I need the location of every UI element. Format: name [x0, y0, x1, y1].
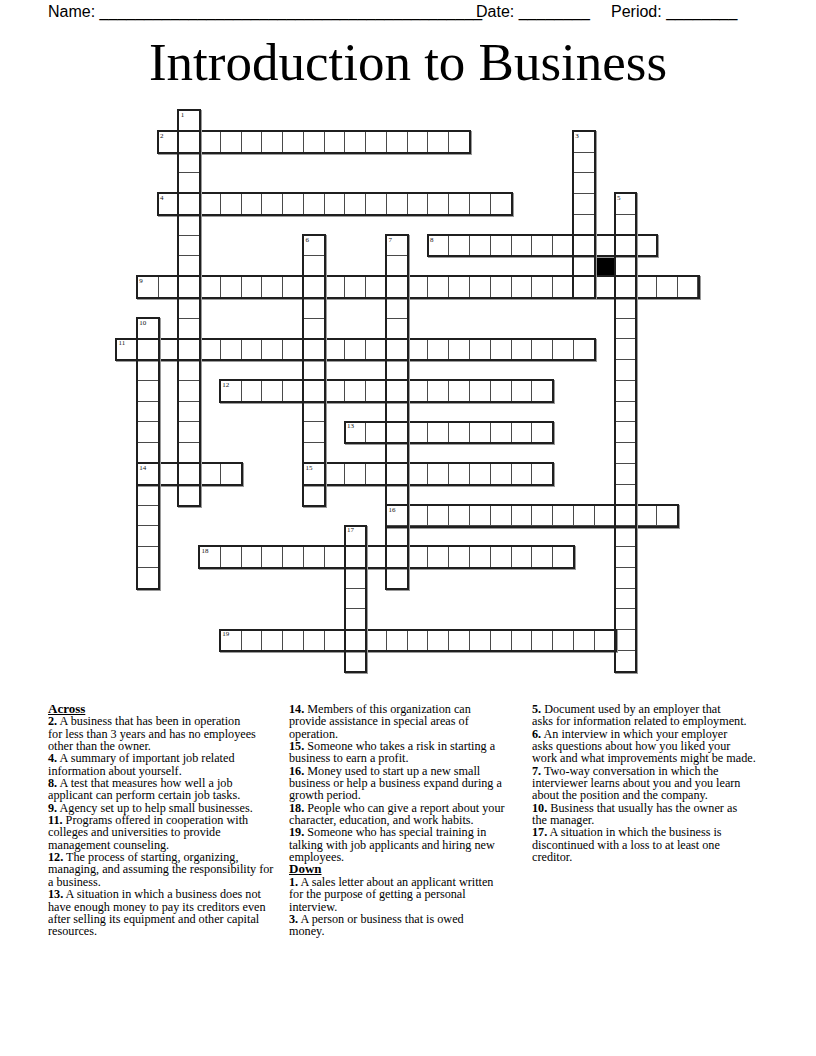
- grid-cell-r11c4: [199, 338, 221, 360]
- grid-cell-r17c11: [344, 463, 366, 485]
- grid-cell-r11c22: [573, 338, 595, 360]
- grid-cell-r25c5: 19: [220, 629, 242, 651]
- grid-cell-r1c10: [324, 131, 346, 153]
- grid-cell-r19c15: [427, 505, 449, 527]
- grid-cell-r12c1: [137, 359, 159, 381]
- clue-15-across: 15. Someone who takes a risk in starting…: [289, 740, 535, 765]
- grid-cell-r8c6: [241, 276, 263, 298]
- grid-cell-r14c13: [386, 401, 408, 423]
- grid-cell-r6c15: 8: [427, 235, 449, 257]
- clue-text: Money used to start up a new small busin…: [289, 764, 502, 803]
- clue-text: Two-way conversation in which the interv…: [532, 764, 740, 803]
- grid-cell-r16c24: [614, 442, 636, 464]
- grid-cell-r8c19: [511, 276, 533, 298]
- grid-cell-r19c25: [635, 505, 657, 527]
- grid-cell-r11c7: [261, 338, 283, 360]
- clue-text: A situation in which a business does not…: [48, 887, 266, 938]
- grid-cell-r10c3: [178, 318, 200, 340]
- grid-cell-r14c24: [614, 401, 636, 423]
- grid-cell-r26c11: [344, 650, 366, 672]
- grid-cell-r13c6: [241, 380, 263, 402]
- grid-cell-r6c22: [573, 235, 595, 257]
- grid-cell-r15c12: [365, 421, 387, 443]
- grid-cell-r25c20: [531, 629, 553, 651]
- grid-cell-r6c23: [594, 235, 616, 257]
- grid-cell-r21c9: [303, 546, 325, 568]
- grid-cell-r1c16: [448, 131, 470, 153]
- grid-cell-r1c9: [303, 131, 325, 153]
- grid-cell-r17c18: [490, 463, 512, 485]
- period-field: Period: ________: [611, 3, 737, 21]
- grid-cell-r13c19: [511, 380, 533, 402]
- clue-number-15: 15: [305, 464, 312, 472]
- grid-cell-r7c13: [386, 255, 408, 277]
- grid-cell-r11c3: [178, 338, 200, 360]
- grid-cell-r25c12: [365, 629, 387, 651]
- grid-cell-r6c24: [614, 235, 636, 257]
- grid-cell-r13c16: [448, 380, 470, 402]
- grid-cell-r13c10: [324, 380, 346, 402]
- grid-cell-r23c11: [344, 588, 366, 610]
- grid-cell-r15c9: [303, 421, 325, 443]
- grid-cell-r1c2: 2: [158, 131, 180, 153]
- grid-cell-r11c19: [511, 338, 533, 360]
- grid-cell-r15c1: [137, 421, 159, 443]
- grid-cell-r15c14: [407, 421, 429, 443]
- grid-cell-r12c3: [178, 359, 200, 381]
- grid-cell-r22c13: [386, 567, 408, 589]
- grid-cell-r4c2: 4: [158, 193, 180, 215]
- name-field: Name: __________________________________…: [48, 3, 482, 21]
- clue-column-right: 5. Document used by an employer that ask…: [532, 703, 782, 863]
- grid-cell-r13c5: 12: [220, 380, 242, 402]
- clue-number-6: 6: [305, 236, 309, 244]
- grid-cell-r19c14: [407, 505, 429, 527]
- grid-cell-r20c11: 17: [344, 525, 366, 547]
- grid-cell-r4c7: [261, 193, 283, 215]
- grid-cell-r25c21: [552, 629, 574, 651]
- clue-text: Members of this organization can provide…: [289, 702, 471, 741]
- grid-cell-r21c18: [490, 546, 512, 568]
- grid-cell-r12c24: [614, 359, 636, 381]
- grid-cell-r21c17: [469, 546, 491, 568]
- grid-cell-r17c5: [220, 463, 242, 485]
- grid-cell-r15c3: [178, 421, 200, 443]
- grid-cell-r6c16: [448, 235, 470, 257]
- date-label: Date:: [476, 3, 514, 20]
- grid-cell-r6c3: [178, 235, 200, 257]
- grid-cell-r16c9: [303, 442, 325, 464]
- grid-cell-r17c19: [511, 463, 533, 485]
- grid-cell-r15c16: [448, 421, 470, 443]
- grid-cell-r1c8: [282, 131, 304, 153]
- grid-cell-r1c22: 3: [573, 131, 595, 153]
- grid-cell-r1c4: [199, 131, 221, 153]
- grid-cell-r5c22: [573, 214, 595, 236]
- clue-text: An interview in which your employer asks…: [532, 727, 756, 766]
- grid-cell-r11c24: [614, 338, 636, 360]
- grid-cell-r21c15: [427, 546, 449, 568]
- grid-cell-r16c3: [178, 442, 200, 464]
- grid-cell-r25c17: [469, 629, 491, 651]
- clue-text: Business that usually has the owner as t…: [532, 801, 737, 827]
- clue-number-9: 9: [139, 277, 143, 285]
- grid-cell-r18c9: [303, 484, 325, 506]
- grid-cell-r13c1: [137, 380, 159, 402]
- grid-cell-r8c9: [303, 276, 325, 298]
- clue-2-across: 2. A business that has been in operation…: [48, 715, 300, 752]
- grid-cell-r11c13: [386, 338, 408, 360]
- clue-number-7: 7: [388, 236, 392, 244]
- clue-text: A sales letter about an applicant writte…: [289, 875, 493, 914]
- grid-cell-r19c1: [137, 505, 159, 527]
- grid-cell-r2c3: [178, 152, 200, 174]
- clue-text: A situation in which the business is dis…: [532, 825, 722, 864]
- grid-cell-r13c12: [365, 380, 387, 402]
- grid-cell-r24c11: [344, 608, 366, 630]
- grid-cell-r1c13: [386, 131, 408, 153]
- grid-cell-r20c1: [137, 525, 159, 547]
- clue-text: Programs offered in cooperation with col…: [48, 813, 248, 852]
- clue-number-14: 14: [139, 464, 146, 472]
- grid-cell-r20c13: [386, 525, 408, 547]
- grid-cell-r5c24: [614, 214, 636, 236]
- grid-cell-r8c23: [594, 276, 616, 298]
- grid-cell-r21c11: [344, 546, 366, 568]
- clue-number-5: 5: [617, 194, 621, 202]
- grid-cell-r22c1: [137, 567, 159, 589]
- clue-16-across: 16. Money used to start up a new small b…: [289, 765, 535, 802]
- grid-cell-r11c2: [158, 338, 180, 360]
- grid-cell-r10c13: [386, 318, 408, 340]
- grid-cell-r1c12: [365, 131, 387, 153]
- grid-cell-r9c9: [303, 297, 325, 319]
- grid-cell-r6c25: [635, 235, 657, 257]
- grid-cell-r18c1: [137, 484, 159, 506]
- grid-cell-r9c24: [614, 297, 636, 319]
- grid-cell-r13c14: [407, 380, 429, 402]
- grid-cell-r11c0: 11: [116, 338, 138, 360]
- grid-cell-r19c17: [469, 505, 491, 527]
- date-blank-line: ________: [519, 3, 590, 20]
- grid-cell-r0c3: 1: [178, 110, 200, 132]
- grid-cell-r1c5: [220, 131, 242, 153]
- grid-cell-r7c9: [303, 255, 325, 277]
- clue-7-down: 7. Two-way conversation in which the int…: [532, 765, 782, 802]
- grid-cell-r19c21: [552, 505, 574, 527]
- grid-cell-r4c8: [282, 193, 304, 215]
- grid-cell-r8c1: 9: [137, 276, 159, 298]
- grid-cell-r4c5: [220, 193, 242, 215]
- grid-cell-r1c3: [178, 131, 200, 153]
- grid-cell-r8c16: [448, 276, 470, 298]
- grid-cell-r13c3: [178, 380, 200, 402]
- clue-18-across: 18. People who can give a report about y…: [289, 802, 535, 827]
- grid-cell-r6c9: 6: [303, 235, 325, 257]
- grid-cell-r8c5: [220, 276, 242, 298]
- grid-cell-r8c26: [656, 276, 678, 298]
- grid-cell-r16c1: [137, 442, 159, 464]
- clue-number-13: 13: [347, 422, 354, 430]
- grid-cell-r17c20: [531, 463, 553, 485]
- grid-cell-r25c9: [303, 629, 325, 651]
- grid-cell-r9c13: [386, 297, 408, 319]
- grid-cell-r13c9: [303, 380, 325, 402]
- grid-cell-r16c13: [386, 442, 408, 464]
- grid-cell-r15c11: 13: [344, 421, 366, 443]
- grid-cell-r15c20: [531, 421, 553, 443]
- grid-cell-r21c6: [241, 546, 263, 568]
- grid-cell-r21c10: [324, 546, 346, 568]
- grid-cell-r4c4: [199, 193, 221, 215]
- grid-cell-r8c4: [199, 276, 221, 298]
- grid-cell-r21c24: [614, 546, 636, 568]
- grid-cell-r18c24: [614, 484, 636, 506]
- grid-cell-r25c8: [282, 629, 304, 651]
- grid-cell-r4c22: [573, 193, 595, 215]
- grid-cell-r4c24: 5: [614, 193, 636, 215]
- grid-cell-r17c12: [365, 463, 387, 485]
- clue-12-across: 12. The process of starting, organizing,…: [48, 851, 300, 888]
- grid-cell-r8c15: [427, 276, 449, 298]
- grid-cell-r19c16: [448, 505, 470, 527]
- grid-cell-r19c22: [573, 505, 595, 527]
- grid-cell-r11c5: [220, 338, 242, 360]
- grid-cell-r17c1: 14: [137, 463, 159, 485]
- clue-text: Document used by an employer that asks f…: [532, 702, 747, 728]
- grid-cell-r8c24: [614, 276, 636, 298]
- grid-cell-r25c14: [407, 629, 429, 651]
- worksheet-page: Name: __________________________________…: [0, 0, 816, 1056]
- grid-cell-r19c13: 16: [386, 505, 408, 527]
- grid-cell-r11c20: [531, 338, 553, 360]
- grid-cell-r17c3: [178, 463, 200, 485]
- grid-cell-r17c17: [469, 463, 491, 485]
- grid-cell-r4c10: [324, 193, 346, 215]
- grid-cell-r13c13: [386, 380, 408, 402]
- grid-cell-r25c22: [573, 629, 595, 651]
- grid-cell-r8c25: [635, 276, 657, 298]
- grid-cell-r17c13: [386, 463, 408, 485]
- grid-cell-r17c9: 15: [303, 463, 325, 485]
- date-field: Date: ________: [476, 3, 590, 21]
- grid-cell-r19c26: [656, 505, 678, 527]
- period-blank-line: ________: [666, 3, 737, 20]
- clue-text: A person or business that is owed money.: [289, 912, 464, 938]
- grid-cell-r8c20: [531, 276, 553, 298]
- grid-cell-r3c22: [573, 172, 595, 194]
- grid-cell-r17c2: [158, 463, 180, 485]
- grid-cell-r20c24: [614, 525, 636, 547]
- grid-cell-r26c24: [614, 650, 636, 672]
- clue-column-left: Across2. A business that has been in ope…: [48, 703, 300, 938]
- grid-cell-r15c19: [511, 421, 533, 443]
- clue-number-16: 16: [388, 506, 395, 514]
- grid-cell-r13c18: [490, 380, 512, 402]
- grid-cell-r19c23: [594, 505, 616, 527]
- grid-cell-r22c11: [344, 567, 366, 589]
- grid-cell-r1c7: [261, 131, 283, 153]
- grid-cell-r8c8: [282, 276, 304, 298]
- grid-cell-r4c12: [365, 193, 387, 215]
- grid-cell-r7c3: [178, 255, 200, 277]
- name-blank-line: ________________________________________…: [100, 3, 483, 20]
- clue-text: A business that has been in operation fo…: [48, 714, 256, 753]
- grid-cell-r11c11: [344, 338, 366, 360]
- grid-cell-r17c15: [427, 463, 449, 485]
- grid-cell-r11c18: [490, 338, 512, 360]
- grid-cell-r11c1: [137, 338, 159, 360]
- grid-cell-r25c24: [614, 629, 636, 651]
- clue-text: The process of starting, organizing, man…: [48, 850, 273, 889]
- grid-cell-r19c24: [614, 505, 636, 527]
- grid-cell-r13c20: [531, 380, 553, 402]
- grid-cell-r1c15: [427, 131, 449, 153]
- grid-cell-r4c11: [344, 193, 366, 215]
- clue-number-17: 17: [347, 526, 354, 534]
- grid-cell-r11c6: [241, 338, 263, 360]
- grid-cell-r11c10: [324, 338, 346, 360]
- clue-19-across: 19. Someone who has special training in …: [289, 826, 535, 863]
- clue-14-across: 14. Members of this organization can pro…: [289, 703, 535, 740]
- grid-cell-r10c24: [614, 318, 636, 340]
- grid-cell-r8c2: [158, 276, 180, 298]
- clue-17-down: 17. A situation in which the business is…: [532, 826, 782, 863]
- grid-cell-r11c8: [282, 338, 304, 360]
- grid-cell-r17c16: [448, 463, 470, 485]
- clue-11-across: 11. Programs offered in cooperation with…: [48, 814, 300, 851]
- grid-cell-r22c24: [614, 567, 636, 589]
- grid-cell-r14c3: [178, 401, 200, 423]
- grid-cell-r8c17: [469, 276, 491, 298]
- grid-cell-r11c17: [469, 338, 491, 360]
- grid-cell-r8c12: [365, 276, 387, 298]
- grid-cell-r4c17: [469, 193, 491, 215]
- clue-text: A test that measures how well a job appl…: [48, 776, 240, 802]
- grid-cell-r17c4: [199, 463, 221, 485]
- grid-cell-r10c1: 10: [137, 318, 159, 340]
- grid-cell-r1c14: [407, 131, 429, 153]
- grid-cell-r5c3: [178, 214, 200, 236]
- grid-cell-r11c14: [407, 338, 429, 360]
- grid-cell-r8c21: [552, 276, 574, 298]
- grid-cell-r21c20: [531, 546, 553, 568]
- grid-cell-r17c14: [407, 463, 429, 485]
- grid-cell-r15c13: [386, 421, 408, 443]
- grid-cell-r17c24: [614, 463, 636, 485]
- grid-cell-r25c23: [594, 629, 616, 651]
- grid-cell-r21c21: [552, 546, 574, 568]
- grid-cell-r21c19: [511, 546, 533, 568]
- grid-cell-r25c19: [511, 629, 533, 651]
- grid-cell-r8c27: [677, 276, 699, 298]
- black-cell: [594, 255, 616, 277]
- grid-cell-r4c15: [427, 193, 449, 215]
- grid-cell-r8c3: [178, 276, 200, 298]
- grid-cell-r21c7: [261, 546, 283, 568]
- grid-cell-r25c10: [324, 629, 346, 651]
- clue-1-down: 1. A sales letter about an applicant wri…: [289, 876, 535, 913]
- grid-cell-r4c18: [490, 193, 512, 215]
- grid-cell-r21c4: 18: [199, 546, 221, 568]
- grid-cell-r25c15: [427, 629, 449, 651]
- grid-cell-r13c8: [282, 380, 304, 402]
- grid-cell-r11c15: [427, 338, 449, 360]
- clue-number-8: 8: [430, 236, 434, 244]
- grid-cell-r2c22: [573, 152, 595, 174]
- clue-13-across: 13. A situation in which a business does…: [48, 888, 300, 937]
- grid-cell-r13c15: [427, 380, 449, 402]
- clue-number-1: 1: [181, 111, 185, 119]
- clue-column-middle: 14. Members of this organization can pro…: [289, 703, 535, 938]
- clue-3-down: 3. A person or business that is owed mon…: [289, 913, 535, 938]
- clue-number-2: 2: [160, 132, 164, 140]
- clue-number-11: 11: [119, 339, 126, 347]
- clue-text: Someone who has special training in talk…: [289, 825, 495, 864]
- grid-cell-r4c9: [303, 193, 325, 215]
- grid-cell-r19c20: [531, 505, 553, 527]
- grid-cell-r21c16: [448, 546, 470, 568]
- grid-cell-r25c6: [241, 629, 263, 651]
- clue-text: Someone who takes a risk in starting a b…: [289, 739, 495, 765]
- period-label: Period:: [611, 3, 662, 20]
- grid-cell-r13c17: [469, 380, 491, 402]
- grid-cell-r11c12: [365, 338, 387, 360]
- grid-cell-r13c11: [344, 380, 366, 402]
- clue-4-across: 4. A summary of important job related in…: [48, 752, 300, 777]
- grid-cell-r15c17: [469, 421, 491, 443]
- name-label: Name:: [48, 3, 95, 20]
- grid-cell-r4c6: [241, 193, 263, 215]
- grid-cell-r12c13: [386, 359, 408, 381]
- clue-text: A summary of important job related infor…: [48, 751, 235, 777]
- clue-number-18: 18: [202, 547, 209, 555]
- clue-10-down: 10. Business that usually has the owner …: [532, 802, 782, 827]
- grid-cell-r23c24: [614, 588, 636, 610]
- page-title: Introduction to Business: [0, 33, 816, 91]
- clue-number-3: 3: [575, 132, 579, 140]
- clue-number-4: 4: [160, 194, 164, 202]
- grid-cell-r6c17: [469, 235, 491, 257]
- grid-cell-r18c3: [178, 484, 200, 506]
- grid-cell-r8c11: [344, 276, 366, 298]
- grid-cell-r11c9: [303, 338, 325, 360]
- grid-cell-r21c12: [365, 546, 387, 568]
- grid-cell-r25c11: [344, 629, 366, 651]
- grid-cell-r8c18: [490, 276, 512, 298]
- grid-cell-r15c15: [427, 421, 449, 443]
- grid-cell-r6c20: [531, 235, 553, 257]
- grid-cell-r6c18: [490, 235, 512, 257]
- grid-cell-r21c14: [407, 546, 429, 568]
- grid-cell-r13c24: [614, 380, 636, 402]
- clue-text: People who can give a report about your …: [289, 801, 505, 827]
- grid-cell-r18c13: [386, 484, 408, 506]
- grid-cell-r12c9: [303, 359, 325, 381]
- grid-cell-r4c16: [448, 193, 470, 215]
- clue-number-19: 19: [222, 630, 229, 638]
- grid-cell-r8c22: [573, 276, 595, 298]
- grid-cell-r15c18: [490, 421, 512, 443]
- grid-cell-r19c18: [490, 505, 512, 527]
- grid-cell-r7c24: [614, 255, 636, 277]
- clue-number-10: 10: [139, 319, 146, 327]
- grid-cell-r4c13: [386, 193, 408, 215]
- grid-cell-r17c10: [324, 463, 346, 485]
- grid-cell-r19c19: [511, 505, 533, 527]
- grid-cell-r4c3: [178, 193, 200, 215]
- grid-cell-r10c9: [303, 318, 325, 340]
